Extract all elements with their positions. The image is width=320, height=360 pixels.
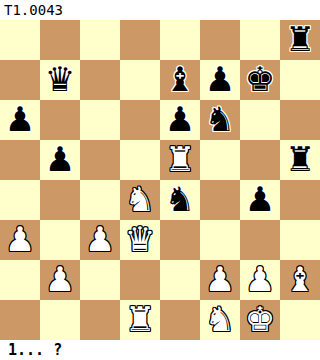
square-d4[interactable]: ♞: [120, 180, 160, 220]
piece-white-pawn[interactable]: ♟: [5, 219, 35, 259]
square-c8[interactable]: [80, 20, 120, 60]
chess-board: ♜♛♝♟♚♟♟♞♟♜♜♞♞♟♟♟♛♟♟♟♝♜♞♚: [0, 20, 320, 340]
piece-black-bishop[interactable]: ♝: [165, 59, 195, 99]
piece-black-knight[interactable]: ♞: [165, 179, 195, 219]
square-d8[interactable]: [120, 20, 160, 60]
piece-black-king[interactable]: ♚: [245, 59, 275, 99]
piece-black-pawn[interactable]: ♟: [5, 99, 35, 139]
piece-black-pawn[interactable]: ♟: [45, 139, 75, 179]
square-e3[interactable]: [160, 220, 200, 260]
square-h8[interactable]: ♜: [280, 20, 320, 60]
square-e2[interactable]: [160, 260, 200, 300]
square-f5[interactable]: [200, 140, 240, 180]
piece-white-pawn[interactable]: ♟: [45, 259, 75, 299]
title-bar: T1.0043: [0, 0, 320, 20]
square-f2[interactable]: ♟: [200, 260, 240, 300]
move-prompt: 1... ?: [0, 340, 62, 360]
square-h5[interactable]: ♜: [280, 140, 320, 180]
square-g1[interactable]: ♚: [240, 300, 280, 340]
square-e6[interactable]: ♟: [160, 100, 200, 140]
square-h3[interactable]: [280, 220, 320, 260]
piece-white-rook[interactable]: ♜: [125, 299, 155, 339]
square-h2[interactable]: ♝: [280, 260, 320, 300]
status-bar: 1... ?: [0, 340, 320, 360]
square-d2[interactable]: [120, 260, 160, 300]
square-b1[interactable]: [40, 300, 80, 340]
square-h1[interactable]: [280, 300, 320, 340]
piece-white-pawn[interactable]: ♟: [205, 259, 235, 299]
square-h6[interactable]: [280, 100, 320, 140]
square-b2[interactable]: ♟: [40, 260, 80, 300]
square-a5[interactable]: [0, 140, 40, 180]
piece-black-queen[interactable]: ♛: [45, 59, 75, 99]
square-d1[interactable]: ♜: [120, 300, 160, 340]
piece-black-rook[interactable]: ♜: [285, 139, 315, 179]
square-a1[interactable]: [0, 300, 40, 340]
square-f7[interactable]: ♟: [200, 60, 240, 100]
piece-white-pawn[interactable]: ♟: [85, 219, 115, 259]
square-e4[interactable]: ♞: [160, 180, 200, 220]
square-c5[interactable]: [80, 140, 120, 180]
piece-white-bishop[interactable]: ♝: [285, 259, 315, 299]
square-e5[interactable]: ♜: [160, 140, 200, 180]
square-g7[interactable]: ♚: [240, 60, 280, 100]
chess-puzzle-page: T1.0043 ♜♛♝♟♚♟♟♞♟♜♜♞♞♟♟♟♛♟♟♟♝♜♞♚ 1... ?: [0, 0, 320, 360]
square-e1[interactable]: [160, 300, 200, 340]
square-e8[interactable]: [160, 20, 200, 60]
piece-white-knight[interactable]: ♞: [205, 299, 235, 339]
square-a2[interactable]: [0, 260, 40, 300]
square-a4[interactable]: [0, 180, 40, 220]
square-b7[interactable]: ♛: [40, 60, 80, 100]
piece-white-king[interactable]: ♚: [245, 299, 275, 339]
square-g8[interactable]: [240, 20, 280, 60]
square-g3[interactable]: [240, 220, 280, 260]
square-a3[interactable]: ♟: [0, 220, 40, 260]
square-g2[interactable]: ♟: [240, 260, 280, 300]
square-b5[interactable]: ♟: [40, 140, 80, 180]
square-c1[interactable]: [80, 300, 120, 340]
piece-black-knight[interactable]: ♞: [205, 99, 235, 139]
piece-white-knight[interactable]: ♞: [125, 179, 155, 219]
square-a8[interactable]: [0, 20, 40, 60]
square-b6[interactable]: [40, 100, 80, 140]
square-f4[interactable]: [200, 180, 240, 220]
square-f8[interactable]: [200, 20, 240, 60]
square-c4[interactable]: [80, 180, 120, 220]
piece-black-pawn[interactable]: ♟: [165, 99, 195, 139]
square-d5[interactable]: [120, 140, 160, 180]
square-g4[interactable]: ♟: [240, 180, 280, 220]
square-g5[interactable]: [240, 140, 280, 180]
square-d3[interactable]: ♛: [120, 220, 160, 260]
square-f6[interactable]: ♞: [200, 100, 240, 140]
square-f3[interactable]: [200, 220, 240, 260]
piece-black-pawn[interactable]: ♟: [245, 179, 275, 219]
piece-white-rook[interactable]: ♜: [165, 139, 195, 179]
square-e7[interactable]: ♝: [160, 60, 200, 100]
square-g6[interactable]: [240, 100, 280, 140]
piece-white-queen[interactable]: ♛: [125, 219, 155, 259]
square-h4[interactable]: [280, 180, 320, 220]
square-c6[interactable]: [80, 100, 120, 140]
square-a6[interactable]: ♟: [0, 100, 40, 140]
square-b4[interactable]: [40, 180, 80, 220]
square-f1[interactable]: ♞: [200, 300, 240, 340]
square-c2[interactable]: [80, 260, 120, 300]
square-b3[interactable]: [40, 220, 80, 260]
piece-black-pawn[interactable]: ♟: [205, 59, 235, 99]
piece-black-rook[interactable]: ♜: [285, 19, 315, 59]
square-a7[interactable]: [0, 60, 40, 100]
piece-white-pawn[interactable]: ♟: [245, 259, 275, 299]
square-c3[interactable]: ♟: [80, 220, 120, 260]
square-h7[interactable]: [280, 60, 320, 100]
square-d7[interactable]: [120, 60, 160, 100]
square-d6[interactable]: [120, 100, 160, 140]
square-b8[interactable]: [40, 20, 80, 60]
square-c7[interactable]: [80, 60, 120, 100]
puzzle-id-title: T1.0043: [0, 0, 63, 20]
